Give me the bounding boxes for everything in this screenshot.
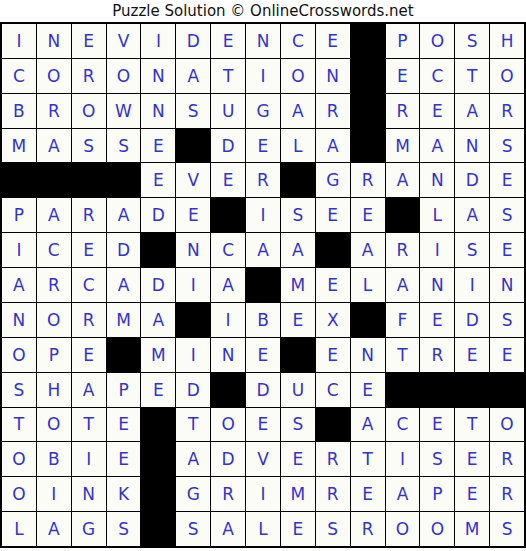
cell-r10c9 [281, 338, 315, 372]
cell-r8c7: A [211, 268, 245, 302]
cell-r2c12: E [386, 59, 420, 93]
cell-r15c9: E [281, 512, 315, 546]
cell-r2c3: R [72, 59, 106, 93]
cell-r10c8: E [246, 338, 280, 372]
cell-r4c8: E [246, 129, 280, 163]
cell-r3c5: N [141, 94, 175, 128]
cell-r1c6: D [176, 24, 210, 58]
cell-r13c8: V [246, 442, 280, 476]
cell-r9c4: M [107, 303, 141, 337]
cell-r2c4: O [107, 59, 141, 93]
cell-r13c14: E [455, 442, 489, 476]
cell-r15c14: M [455, 512, 489, 546]
cell-r5c9 [281, 163, 315, 197]
cell-r7c10 [316, 233, 350, 267]
cell-r10c14: E [455, 338, 489, 372]
cell-r11c14 [455, 373, 489, 407]
cell-r10c1: O [2, 338, 36, 372]
cell-r11c8: D [246, 373, 280, 407]
cell-r5c6: V [176, 163, 210, 197]
cell-r11c13 [420, 373, 454, 407]
cell-r14c1: O [2, 477, 36, 511]
cell-r12c9: S [281, 408, 315, 442]
cell-r15c3: G [72, 512, 106, 546]
cell-r4c2: A [37, 129, 71, 163]
cell-r3c14: A [455, 94, 489, 128]
cell-r4c15: S [490, 129, 524, 163]
cell-r14c11: E [351, 477, 385, 511]
cell-r12c6: T [176, 408, 210, 442]
cell-r4c14: N [455, 129, 489, 163]
cell-r12c1: T [2, 408, 36, 442]
cell-r3c2: R [37, 94, 71, 128]
cell-r12c10 [316, 408, 350, 442]
cell-r12c2: O [37, 408, 71, 442]
cell-r12c14: T [455, 408, 489, 442]
cell-r2c5: N [141, 59, 175, 93]
cell-r7c11: A [351, 233, 385, 267]
cell-r1c15: H [490, 24, 524, 58]
cell-r9c9: E [281, 303, 315, 337]
cell-r1c3: E [72, 24, 106, 58]
cell-r7c7: C [211, 233, 245, 267]
cell-r8c10: E [316, 268, 350, 302]
cell-r7c13: I [420, 233, 454, 267]
cell-r1c12: P [386, 24, 420, 58]
cell-r10c3: E [72, 338, 106, 372]
cell-r3c15: R [490, 94, 524, 128]
cell-r5c3 [72, 163, 106, 197]
cell-r9c15: S [490, 303, 524, 337]
cell-r3c6: S [176, 94, 210, 128]
cell-r3c3: O [72, 94, 106, 128]
cell-r14c9: M [281, 477, 315, 511]
cell-r2c2: O [37, 59, 71, 93]
cell-r9c13: E [420, 303, 454, 337]
cell-r1c11 [351, 24, 385, 58]
cell-r1c8: N [246, 24, 280, 58]
cell-r15c1: L [2, 512, 36, 546]
cell-r5c8: R [246, 163, 280, 197]
cell-r7c1: I [2, 233, 36, 267]
cell-r14c4: K [107, 477, 141, 511]
cell-r9c7: I [211, 303, 245, 337]
cell-r5c4 [107, 163, 141, 197]
cell-r7c5 [141, 233, 175, 267]
cell-r4c3: S [72, 129, 106, 163]
cell-r5c13: N [420, 163, 454, 197]
cell-r15c2: A [37, 512, 71, 546]
cell-r9c1: N [2, 303, 36, 337]
cell-r9c14: D [455, 303, 489, 337]
cell-r11c12 [386, 373, 420, 407]
cell-r10c10: E [316, 338, 350, 372]
cell-r2c15: O [490, 59, 524, 93]
cell-r11c11: E [351, 373, 385, 407]
cell-r12c13: E [420, 408, 454, 442]
cell-r2c9: O [281, 59, 315, 93]
cell-r5c12: A [386, 163, 420, 197]
cell-r8c14: I [455, 268, 489, 302]
cell-r1c2: N [37, 24, 71, 58]
cell-r2c14: T [455, 59, 489, 93]
cell-r7c14: S [455, 233, 489, 267]
cell-r4c1: M [2, 129, 36, 163]
crossword-grid: INEVIDENCEPOSHCORONATIONECTOBROWNSUGARRE… [0, 22, 526, 548]
cell-r15c15: S [490, 512, 524, 546]
cell-r7c12: R [386, 233, 420, 267]
cell-r4c11 [351, 129, 385, 163]
cell-r13c4: E [107, 442, 141, 476]
cell-r14c5 [141, 477, 175, 511]
cell-r14c13: P [420, 477, 454, 511]
cell-r12c5 [141, 408, 175, 442]
cell-r5c11: R [351, 163, 385, 197]
cell-r4c4: S [107, 129, 141, 163]
cell-r15c4: S [107, 512, 141, 546]
cell-r10c11: N [351, 338, 385, 372]
cell-r13c2: B [37, 442, 71, 476]
cell-r14c7: R [211, 477, 245, 511]
cell-r8c13: N [420, 268, 454, 302]
cell-r6c5: D [141, 198, 175, 232]
cell-r12c4: E [107, 408, 141, 442]
cell-r11c4: P [107, 373, 141, 407]
cell-r9c10: X [316, 303, 350, 337]
cell-r1c9: C [281, 24, 315, 58]
cell-r14c6: G [176, 477, 210, 511]
cell-r9c3: R [72, 303, 106, 337]
cell-r6c15: S [490, 198, 524, 232]
cell-r13c7: D [211, 442, 245, 476]
cell-r5c10: G [316, 163, 350, 197]
cell-r4c12: M [386, 129, 420, 163]
cell-r2c11 [351, 59, 385, 93]
cell-r10c6: I [176, 338, 210, 372]
cell-r7c4: D [107, 233, 141, 267]
cell-r1c14: S [455, 24, 489, 58]
cell-r15c8: L [246, 512, 280, 546]
cell-r7c6: N [176, 233, 210, 267]
cell-r10c5: M [141, 338, 175, 372]
cell-r5c15: E [490, 163, 524, 197]
cell-r15c5 [141, 512, 175, 546]
cell-r7c3: E [72, 233, 106, 267]
cell-r8c3: C [72, 268, 106, 302]
cell-r4c9: L [281, 129, 315, 163]
cell-r7c15: E [490, 233, 524, 267]
cell-r15c10: S [316, 512, 350, 546]
cell-r4c13: A [420, 129, 454, 163]
cell-r9c2: O [37, 303, 71, 337]
cell-r8c6: I [176, 268, 210, 302]
cell-r1c5: I [141, 24, 175, 58]
cell-r3c11 [351, 94, 385, 128]
cell-r5c14: D [455, 163, 489, 197]
cell-r10c2: P [37, 338, 71, 372]
cell-r12c8: E [246, 408, 280, 442]
cell-r7c9: A [281, 233, 315, 267]
cell-r13c12: I [386, 442, 420, 476]
cell-r8c11: L [351, 268, 385, 302]
cell-r2c6: A [176, 59, 210, 93]
cell-r6c3: R [72, 198, 106, 232]
cell-r3c1: B [2, 94, 36, 128]
cell-r13c9: E [281, 442, 315, 476]
cell-r9c5: A [141, 303, 175, 337]
cell-r1c1: I [2, 24, 36, 58]
cell-r10c12: T [386, 338, 420, 372]
cell-r10c4 [107, 338, 141, 372]
cell-r13c5 [141, 442, 175, 476]
cell-r8c4: A [107, 268, 141, 302]
cell-r6c7 [211, 198, 245, 232]
cell-r5c2 [37, 163, 71, 197]
cell-r13c1: O [2, 442, 36, 476]
cell-r13c10: R [316, 442, 350, 476]
cell-r13c3: I [72, 442, 106, 476]
cell-r7c2: C [37, 233, 71, 267]
cell-r3c8: G [246, 94, 280, 128]
cell-r11c10: C [316, 373, 350, 407]
cell-r8c1: A [2, 268, 36, 302]
cell-r8c8 [246, 268, 280, 302]
cell-r14c15: R [490, 477, 524, 511]
cell-r3c4: W [107, 94, 141, 128]
cell-r13c6: A [176, 442, 210, 476]
cell-r8c15: N [490, 268, 524, 302]
cell-r11c6: D [176, 373, 210, 407]
cell-r12c11: A [351, 408, 385, 442]
cell-r5c7: E [211, 163, 245, 197]
cell-r6c2: A [37, 198, 71, 232]
cell-r1c13: O [420, 24, 454, 58]
cell-r1c10: E [316, 24, 350, 58]
cell-r6c12 [386, 198, 420, 232]
cell-r15c11: R [351, 512, 385, 546]
cell-r14c10: R [316, 477, 350, 511]
cell-r12c7: O [211, 408, 245, 442]
cell-r6c9: S [281, 198, 315, 232]
cell-r10c7: N [211, 338, 245, 372]
cell-r4c7: D [211, 129, 245, 163]
cell-r9c8: B [246, 303, 280, 337]
cell-r14c14: E [455, 477, 489, 511]
cell-r8c9: M [281, 268, 315, 302]
cell-r11c2: H [37, 373, 71, 407]
cell-r15c13: O [420, 512, 454, 546]
cell-r12c12: C [386, 408, 420, 442]
cell-r1c7: E [211, 24, 245, 58]
cell-r6c1: P [2, 198, 36, 232]
cell-r15c7: A [211, 512, 245, 546]
cell-r8c12: A [386, 268, 420, 302]
cell-r15c12: O [386, 512, 420, 546]
cell-r5c1 [2, 163, 36, 197]
cell-r4c6 [176, 129, 210, 163]
cell-r1c4: V [107, 24, 141, 58]
cell-r6c8: I [246, 198, 280, 232]
cell-r2c13: C [420, 59, 454, 93]
cell-r14c12: A [386, 477, 420, 511]
cell-r3c7: U [211, 94, 245, 128]
cell-r14c8: I [246, 477, 280, 511]
cell-r2c10: N [316, 59, 350, 93]
cell-r3c9: A [281, 94, 315, 128]
cell-r9c12: F [386, 303, 420, 337]
puzzle-solution-page: Puzzle Solution © OnlineCrosswords.net I… [0, 0, 526, 551]
cell-r8c5: D [141, 268, 175, 302]
cell-r6c10: E [316, 198, 350, 232]
cell-r12c15: O [490, 408, 524, 442]
cell-r11c15 [490, 373, 524, 407]
cell-r4c5: E [141, 129, 175, 163]
cell-r12c3: T [72, 408, 106, 442]
cell-r8c2: R [37, 268, 71, 302]
cell-r6c13: L [420, 198, 454, 232]
cell-r6c4: A [107, 198, 141, 232]
cell-r10c15: E [490, 338, 524, 372]
cell-r2c7: T [211, 59, 245, 93]
cell-r7c8: A [246, 233, 280, 267]
page-title: Puzzle Solution © OnlineCrosswords.net [0, 1, 526, 21]
cell-r6c6: E [176, 198, 210, 232]
cell-r6c14: A [455, 198, 489, 232]
cell-r11c7 [211, 373, 245, 407]
cell-r10c13: R [420, 338, 454, 372]
cell-r4c10: A [316, 129, 350, 163]
cell-r13c11: T [351, 442, 385, 476]
cell-r13c15: R [490, 442, 524, 476]
cell-r13c13: S [420, 442, 454, 476]
cell-r14c3: N [72, 477, 106, 511]
cell-r9c6 [176, 303, 210, 337]
cell-r11c1: S [2, 373, 36, 407]
cell-r14c2: I [37, 477, 71, 511]
cell-r11c3: A [72, 373, 106, 407]
cell-r5c5: E [141, 163, 175, 197]
cell-r9c11 [351, 303, 385, 337]
cell-r15c6: S [176, 512, 210, 546]
cell-r11c9: U [281, 373, 315, 407]
cell-r6c11: E [351, 198, 385, 232]
cell-r3c10: R [316, 94, 350, 128]
cell-r11c5: E [141, 373, 175, 407]
cell-r3c12: R [386, 94, 420, 128]
cell-r3c13: E [420, 94, 454, 128]
cell-r2c1: C [2, 59, 36, 93]
cell-r2c8: I [246, 59, 280, 93]
